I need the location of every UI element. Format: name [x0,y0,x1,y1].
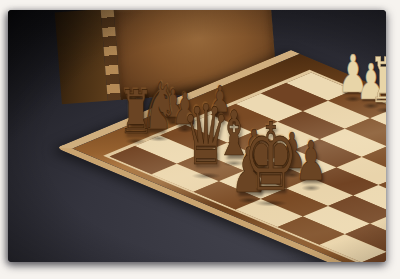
piece-dark-queen: ♛ [182,93,231,176]
pieces-layer: ♟♟♜♟♟♟♞♜♝♟♛♟♟♟♚ [8,10,386,262]
chess-set-photo: ♟♟♜♟♟♟♞♜♝♟♛♟♟♟♚ [8,10,386,262]
piece-dark-rook: ♜ [118,82,153,142]
piece-dark-pawn: ♟ [295,134,327,189]
piece-light-rook: ♜ [369,49,386,111]
piece-dark-king: ♚ [244,110,299,204]
page-background: ♟♟♜♟♟♟♞♜♝♟♛♟♟♟♚ [0,0,400,279]
